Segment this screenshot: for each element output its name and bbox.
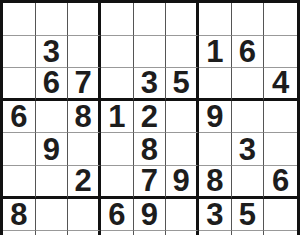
sudoku-cell[interactable] — [166, 101, 199, 134]
sudoku-cell[interactable] — [68, 36, 101, 69]
sudoku-cell[interactable] — [101, 3, 134, 36]
sudoku-cell-given[interactable]: 1 — [199, 36, 232, 69]
sudoku-cell-given[interactable]: 7 — [68, 68, 101, 101]
sudoku-cell[interactable] — [3, 133, 36, 166]
sudoku-cell[interactable] — [36, 231, 69, 235]
sudoku-cell[interactable] — [101, 133, 134, 166]
sudoku-cell[interactable] — [264, 199, 297, 232]
sudoku-cell-given[interactable]: 6 — [101, 199, 134, 232]
sudoku-cell[interactable] — [264, 101, 297, 134]
sudoku-cell-given[interactable]: 4 — [264, 68, 297, 101]
sudoku-cell-given[interactable]: 3 — [36, 36, 69, 69]
sudoku-cell-given[interactable]: 6 — [3, 101, 36, 134]
sudoku-cell[interactable] — [166, 231, 199, 235]
sudoku-cell[interactable] — [166, 199, 199, 232]
sudoku-cell[interactable] — [36, 199, 69, 232]
sudoku-cell-given[interactable]: 2 — [134, 101, 167, 134]
sudoku-cell[interactable] — [134, 231, 167, 235]
sudoku-cell-given[interactable]: 9 — [199, 101, 232, 134]
sudoku-cell[interactable] — [3, 231, 36, 235]
sudoku-cell-given[interactable]: 5 — [232, 199, 265, 232]
sudoku-cell[interactable] — [36, 3, 69, 36]
sudoku-cell-given[interactable]: 9 — [36, 133, 69, 166]
sudoku-cell-given[interactable]: 8 — [3, 199, 36, 232]
sudoku-cell[interactable] — [3, 166, 36, 199]
sudoku-cell[interactable] — [3, 68, 36, 101]
sudoku-cell[interactable] — [232, 166, 265, 199]
sudoku-cell-given[interactable]: 8 — [199, 166, 232, 199]
sudoku-cell[interactable] — [134, 3, 167, 36]
sudoku-cell[interactable] — [68, 199, 101, 232]
sudoku-cell[interactable] — [3, 3, 36, 36]
sudoku-cell[interactable] — [166, 3, 199, 36]
sudoku-cell[interactable] — [3, 36, 36, 69]
sudoku-cell-given[interactable]: 1 — [101, 101, 134, 134]
sudoku-cell[interactable] — [36, 101, 69, 134]
sudoku-cell-given[interactable]: 6 — [36, 68, 69, 101]
sudoku-board: 31667354681299832798686935 — [0, 0, 300, 235]
sudoku-cell[interactable] — [199, 68, 232, 101]
sudoku-cell[interactable] — [166, 133, 199, 166]
sudoku-cell[interactable] — [68, 3, 101, 36]
sudoku-cell[interactable] — [199, 133, 232, 166]
sudoku-cell[interactable] — [36, 166, 69, 199]
sudoku-cell[interactable] — [264, 3, 297, 36]
sudoku-cell-given[interactable]: 2 — [68, 166, 101, 199]
sudoku-cell[interactable] — [166, 36, 199, 69]
sudoku-cell-given[interactable]: 6 — [264, 166, 297, 199]
sudoku-cell-given[interactable]: 3 — [134, 68, 167, 101]
sudoku-cell-given[interactable]: 5 — [166, 68, 199, 101]
sudoku-cell-given[interactable]: 3 — [199, 199, 232, 232]
sudoku-cell[interactable] — [101, 68, 134, 101]
sudoku-cell-given[interactable]: 6 — [232, 36, 265, 69]
sudoku-cell-given[interactable]: 8 — [134, 133, 167, 166]
sudoku-cell[interactable] — [264, 36, 297, 69]
sudoku-cell[interactable] — [134, 36, 167, 69]
sudoku-cell-given[interactable]: 9 — [166, 166, 199, 199]
sudoku-cell[interactable] — [232, 68, 265, 101]
sudoku-cell-given[interactable]: 8 — [68, 101, 101, 134]
sudoku-cell[interactable] — [199, 231, 232, 235]
sudoku-cell-given[interactable]: 9 — [134, 199, 167, 232]
sudoku-cell[interactable] — [68, 133, 101, 166]
sudoku-cell[interactable] — [232, 231, 265, 235]
sudoku-cell[interactable] — [232, 3, 265, 36]
sudoku-cell[interactable] — [68, 231, 101, 235]
sudoku-cell[interactable] — [264, 231, 297, 235]
sudoku-cell[interactable] — [264, 133, 297, 166]
sudoku-cell[interactable] — [101, 231, 134, 235]
sudoku-cell[interactable] — [199, 3, 232, 36]
sudoku-board-viewport: 31667354681299832798686935 — [0, 0, 300, 235]
sudoku-cell[interactable] — [232, 101, 265, 134]
sudoku-cell-given[interactable]: 7 — [134, 166, 167, 199]
sudoku-cell[interactable] — [101, 166, 134, 199]
sudoku-cell[interactable] — [101, 36, 134, 69]
sudoku-cell-given[interactable]: 3 — [232, 133, 265, 166]
